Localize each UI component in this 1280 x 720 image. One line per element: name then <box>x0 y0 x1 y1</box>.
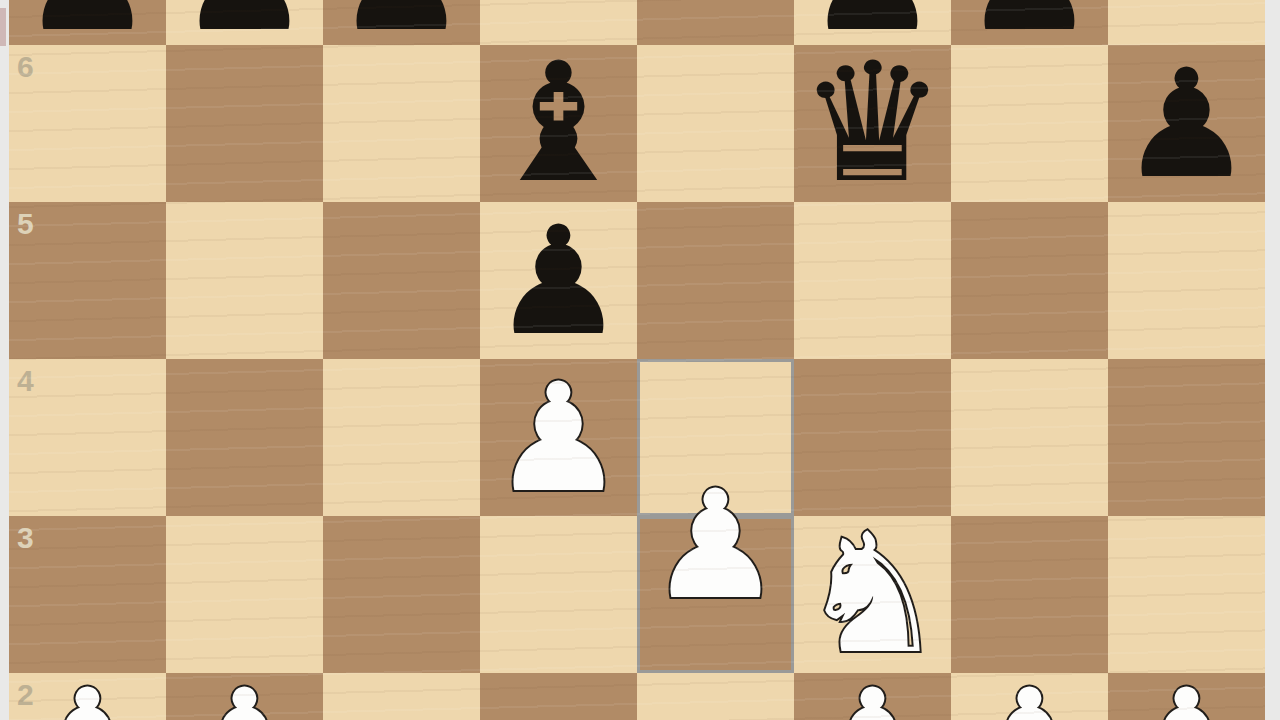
square-d6[interactable]: ♝ <box>480 45 637 202</box>
square-e2[interactable] <box>637 673 794 720</box>
square-a2[interactable]: 2♟ <box>9 673 166 720</box>
black-queen-f6[interactable]: ♛ <box>799 41 947 206</box>
square-e6[interactable] <box>637 45 794 202</box>
square-a4[interactable]: 4 <box>9 359 166 516</box>
black-pawn-b7[interactable]: ♟ <box>177 0 311 52</box>
rank-label-5: 5 <box>17 207 34 241</box>
square-g6[interactable] <box>951 45 1108 202</box>
white-knight-f3[interactable]: ♞ <box>799 512 947 677</box>
square-f3[interactable]: ♞ <box>794 516 951 673</box>
black-pawn-c7[interactable]: ♟ <box>334 0 468 52</box>
square-g2[interactable]: ♟ <box>951 673 1108 720</box>
white-pawn-e4[interactable]: ♟ <box>648 470 782 620</box>
square-h2[interactable]: ♟ <box>1108 673 1265 720</box>
black-pawn-d5[interactable]: ♟ <box>491 206 625 356</box>
chess-board: ♟♟♟♟♟6♝♛♟5♟4♟♟3♞2♟♟♟♟♟ <box>9 0 1265 720</box>
square-h4[interactable] <box>1108 359 1265 516</box>
square-b6[interactable] <box>166 45 323 202</box>
square-d2[interactable] <box>480 673 637 720</box>
square-d5[interactable]: ♟ <box>480 202 637 359</box>
square-b5[interactable] <box>166 202 323 359</box>
square-c2[interactable] <box>323 673 480 720</box>
white-pawn-g2[interactable]: ♟ <box>962 669 1096 720</box>
white-pawn-f2[interactable]: ♟ <box>805 669 939 720</box>
square-d4[interactable]: ♟ <box>480 359 637 516</box>
white-pawn-b2[interactable]: ♟ <box>177 669 311 720</box>
square-g3[interactable] <box>951 516 1108 673</box>
rank-label-3: 3 <box>17 521 34 555</box>
square-f4[interactable] <box>794 359 951 516</box>
square-c7[interactable]: ♟ <box>323 0 480 45</box>
rank-label-6: 6 <box>17 50 34 84</box>
chessboard-screenshot: ♟♟♟♟♟6♝♛♟5♟4♟♟3♞2♟♟♟♟♟ <box>0 0 1280 720</box>
square-c5[interactable] <box>323 202 480 359</box>
white-pawn-h2[interactable]: ♟ <box>1119 669 1253 720</box>
square-h5[interactable] <box>1108 202 1265 359</box>
square-a3[interactable]: 3 <box>9 516 166 673</box>
left-edge-artifact <box>0 8 6 46</box>
square-e5[interactable] <box>637 202 794 359</box>
square-f6[interactable]: ♛ <box>794 45 951 202</box>
black-pawn-h6[interactable]: ♟ <box>1119 49 1253 199</box>
black-pawn-g7[interactable]: ♟ <box>962 0 1096 52</box>
square-h3[interactable] <box>1108 516 1265 673</box>
square-h6[interactable]: ♟ <box>1108 45 1265 202</box>
square-a6[interactable]: 6 <box>9 45 166 202</box>
square-b7[interactable]: ♟ <box>166 0 323 45</box>
square-g7[interactable]: ♟ <box>951 0 1108 45</box>
square-b2[interactable]: ♟ <box>166 673 323 720</box>
square-f2[interactable]: ♟ <box>794 673 951 720</box>
square-a7[interactable]: ♟ <box>9 0 166 45</box>
square-g5[interactable] <box>951 202 1108 359</box>
right-gray-margin <box>1265 0 1280 720</box>
square-b3[interactable] <box>166 516 323 673</box>
square-c4[interactable] <box>323 359 480 516</box>
white-pawn-d4[interactable]: ♟ <box>491 363 625 513</box>
square-e4[interactable]: ♟ <box>637 359 794 516</box>
rank-label-4: 4 <box>17 364 34 398</box>
square-d3[interactable] <box>480 516 637 673</box>
square-g4[interactable] <box>951 359 1108 516</box>
black-pawn-a7[interactable]: ♟ <box>20 0 154 52</box>
square-c3[interactable] <box>323 516 480 673</box>
square-a5[interactable]: 5 <box>9 202 166 359</box>
square-c6[interactable] <box>323 45 480 202</box>
square-e7[interactable] <box>637 0 794 45</box>
left-gray-margin <box>0 0 9 720</box>
square-b4[interactable] <box>166 359 323 516</box>
black-bishop-d6[interactable]: ♝ <box>485 41 633 206</box>
square-f5[interactable] <box>794 202 951 359</box>
white-pawn-a2[interactable]: ♟ <box>20 669 154 720</box>
